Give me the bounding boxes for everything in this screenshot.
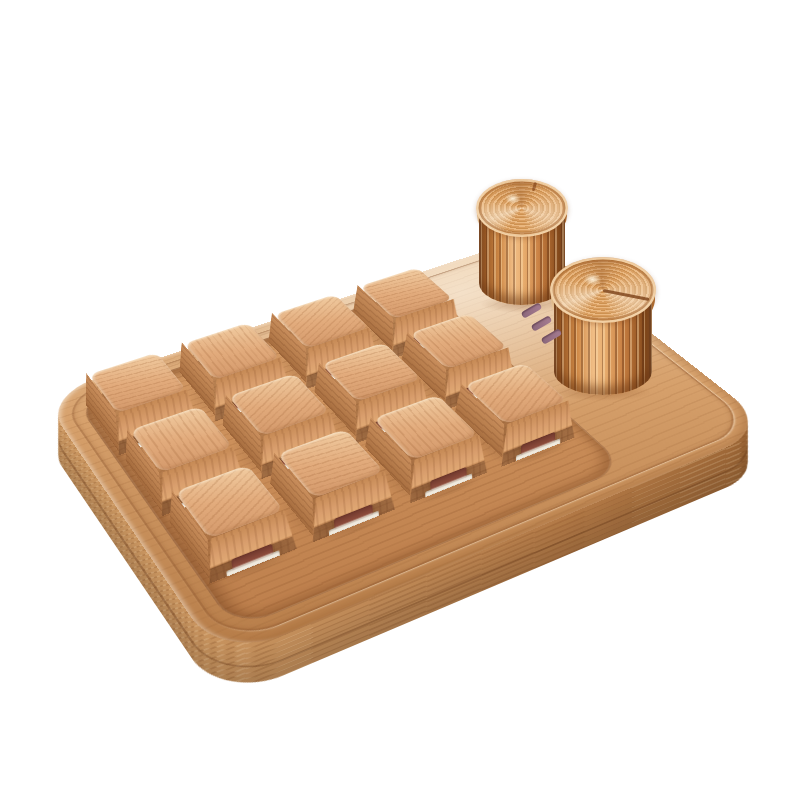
led-indicator-slot: [530, 315, 552, 332]
led-indicator-slot: [540, 328, 562, 345]
led-indicator-slots: [0, 0, 800, 800]
led-indicator-slot: [520, 302, 542, 319]
product-photo-stage: [0, 0, 800, 800]
